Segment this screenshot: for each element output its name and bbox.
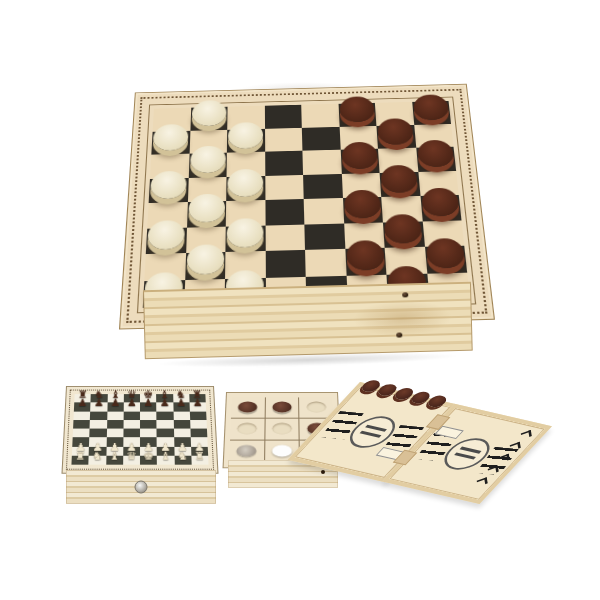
arrow-chevron-icon — [477, 477, 488, 487]
chess-cell — [190, 429, 207, 438]
dark-checker-piece — [346, 240, 385, 271]
chess-cell — [190, 420, 207, 429]
checkers-cell — [265, 250, 306, 278]
dark-chess-piece: ♟ — [156, 398, 173, 408]
white-chess-piece: ♜ — [191, 451, 208, 462]
chess-cell: ♟ — [107, 403, 124, 412]
sling-arrows-col — [455, 408, 545, 429]
sling-pucks-row — [361, 386, 451, 407]
checkers-cell — [420, 195, 461, 221]
tictactoe-cell — [231, 397, 265, 417]
slingpuck-inset — [330, 372, 560, 506]
checkers-cell — [302, 150, 341, 175]
checkers-cell — [304, 223, 344, 250]
chess-cell: ♟ — [74, 403, 91, 412]
white-checker-piece — [228, 122, 263, 149]
clasp-icon — [135, 481, 148, 494]
chess-box-inset: ♜♞♝♛♚♝♞♜♟♟♟♟♟♟♟♟♟♟♟♟♟♟♟♟♜♞♝♛♚♝♞♜ — [64, 386, 216, 504]
white-chess-piece: ♞ — [89, 451, 106, 462]
chess-cell — [106, 429, 123, 438]
tictactoe-cell — [230, 419, 264, 440]
dark-checker-piece — [384, 213, 423, 243]
chess-cell — [90, 420, 107, 429]
checkers-cell — [225, 225, 265, 252]
white-checker-piece — [190, 146, 226, 174]
dark-chess-piece: ♟ — [74, 398, 91, 408]
white-chess-piece: ♜ — [72, 451, 89, 462]
chess-cell: ♟ — [189, 403, 206, 412]
chess-box-front — [66, 470, 216, 504]
chess-cell: ♞ — [89, 455, 106, 464]
checkers-cell — [376, 125, 415, 149]
checkers-cell — [383, 221, 425, 248]
chess-cell — [123, 420, 140, 429]
checkers-cell — [424, 246, 467, 273]
chess-cell — [73, 420, 90, 429]
chess-board-surface: ♜♞♝♛♚♝♞♜♟♟♟♟♟♟♟♟♟♟♟♟♟♟♟♟♜♞♝♛♚♝♞♜ — [61, 386, 218, 474]
white-checker-piece — [191, 100, 226, 127]
chess-cell: ♟ — [173, 403, 190, 412]
chess-cell: ♟ — [123, 403, 140, 412]
white-chess-piece: ♝ — [157, 451, 174, 462]
white-checker-piece — [227, 218, 264, 248]
checkers-cell — [149, 178, 189, 204]
dark-checker-piece — [412, 94, 449, 121]
checkers-cell — [380, 172, 420, 197]
chess-cell — [73, 429, 90, 438]
checkers-cell — [305, 249, 346, 277]
dark-chess-piece: ♟ — [90, 398, 107, 408]
cream-disc — [237, 423, 257, 434]
cream-disc — [272, 423, 292, 434]
chess-cell: ♜ — [71, 455, 88, 464]
dark-disc — [238, 402, 257, 413]
dark-checker-piece — [416, 140, 454, 168]
white-chess-piece: ♛ — [123, 451, 140, 462]
white-checker-piece — [227, 168, 263, 197]
chess-cell — [73, 411, 90, 420]
chess-cell — [190, 411, 207, 420]
white-checker-piece — [186, 244, 224, 275]
product-photo: ♜♞♝♛♚♝♞♜♟♟♟♟♟♟♟♟♟♟♟♟♟♟♟♟♜♞♝♛♚♝♞♜ — [0, 0, 600, 600]
chess-cell — [107, 411, 124, 420]
chess-cell — [140, 420, 157, 429]
chess-cell — [140, 429, 157, 438]
arrow-chevron-icon — [521, 430, 532, 440]
white-chess-piece: ♚ — [140, 451, 157, 462]
checkers-board — [143, 101, 470, 308]
checkers-cell — [227, 128, 265, 152]
chess-board: ♜♞♝♛♚♝♞♜♟♟♟♟♟♟♟♟♟♟♟♟♟♟♟♟♜♞♝♛♚♝♞♜ — [71, 394, 208, 465]
chess-cell — [157, 429, 174, 438]
checkers-cell — [146, 227, 187, 254]
chess-cell — [157, 411, 174, 420]
checkers-cell — [338, 103, 376, 127]
checkers-cell — [265, 127, 303, 151]
checkers-cell — [264, 105, 301, 129]
dark-checker-piece — [343, 190, 381, 219]
white-chess-piece: ♝ — [106, 451, 123, 462]
dark-chess-piece: ♟ — [123, 398, 140, 408]
checkers-cell — [265, 151, 303, 176]
dark-checker-piece — [339, 96, 375, 123]
checkers-cell — [265, 199, 304, 225]
dark-checker-piece — [377, 118, 414, 145]
checkers-cell — [265, 175, 304, 200]
dark-checker-piece — [380, 164, 418, 193]
chess-cell — [140, 411, 157, 420]
chess-cell — [173, 420, 190, 429]
slingpuck-board — [294, 382, 547, 496]
dark-checker-piece — [425, 238, 465, 269]
checkers-cell — [265, 224, 305, 251]
checkers-box — [134, 56, 474, 367]
chess-cell: ♛ — [123, 455, 140, 464]
chess-cell — [107, 420, 124, 429]
chess-cell — [90, 411, 107, 420]
checkers-cell — [301, 104, 339, 128]
white-checker-piece — [188, 194, 225, 223]
chess-board-frame: ♜♞♝♛♚♝♞♜♟♟♟♟♟♟♟♟♟♟♟♟♟♟♟♟♜♞♝♛♚♝♞♜ — [61, 386, 218, 474]
tictactoe-cell — [265, 397, 298, 417]
dark-chess-piece: ♟ — [140, 398, 157, 408]
checkers-cell — [304, 198, 344, 224]
chess-cell: ♟ — [90, 403, 107, 412]
tictactoe-cell — [265, 419, 299, 440]
dark-checker-piece — [341, 142, 378, 170]
nail-hole — [321, 470, 325, 474]
chess-cell — [123, 411, 140, 420]
dark-disc — [272, 402, 291, 413]
white-disc — [272, 445, 292, 457]
nail-hole — [396, 332, 402, 337]
chess-cell: ♝ — [157, 455, 174, 464]
chess-cell — [173, 411, 190, 420]
chess-cell: ♞ — [174, 455, 191, 464]
checkers-cell — [416, 147, 456, 172]
dark-chess-piece: ♟ — [173, 398, 190, 408]
checkers-cell — [188, 153, 227, 178]
chess-cell: ♝ — [106, 455, 123, 464]
chess-cell: ♟ — [140, 403, 157, 412]
dark-chess-piece: ♟ — [107, 398, 124, 408]
cream-disc — [306, 402, 325, 413]
white-chess-piece: ♞ — [174, 451, 191, 462]
dark-chess-piece: ♟ — [189, 398, 206, 408]
white-checker-piece — [153, 124, 189, 151]
checkers-cell — [187, 201, 227, 227]
white-checker-piece — [147, 220, 185, 250]
nail-hole — [402, 292, 408, 297]
dark-checker-piece — [420, 188, 459, 217]
checkers-box-front — [143, 282, 473, 360]
checkers-cell — [151, 130, 190, 154]
chess-cell — [90, 429, 107, 438]
checkers-cell — [345, 248, 387, 276]
checkers-cell — [340, 149, 379, 174]
checkers-cell — [342, 197, 382, 223]
chess-cell: ♚ — [140, 455, 157, 464]
chess-cell — [157, 420, 174, 429]
chess-cell — [123, 429, 140, 438]
checkers-cell — [185, 252, 226, 280]
checkers-cell — [226, 176, 265, 201]
checkers-cell — [412, 101, 451, 125]
checkers-cell — [302, 126, 340, 150]
chess-cell: ♜ — [191, 455, 208, 464]
chess-cell: ♟ — [156, 403, 173, 412]
checkers-cell — [303, 174, 342, 199]
white-checker-piece — [150, 170, 187, 199]
checkers-cell — [190, 107, 228, 131]
chess-cell — [173, 429, 190, 438]
grey-disc — [237, 445, 257, 457]
